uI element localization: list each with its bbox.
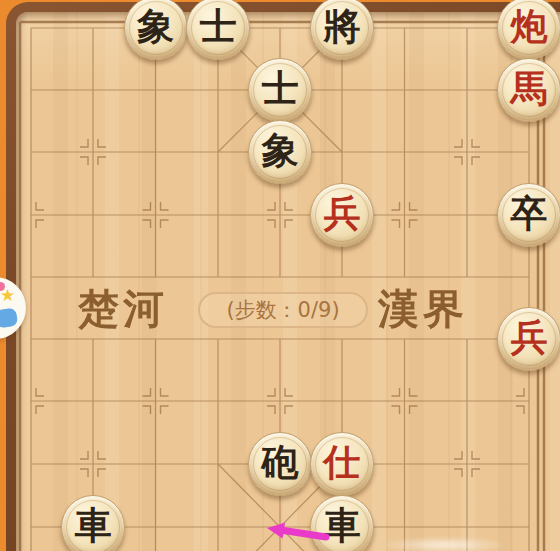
piece-glyph: 馬 — [511, 70, 548, 107]
star-icon: ★ — [0, 285, 15, 305]
piece-red-soldier[interactable]: 兵 — [497, 307, 560, 371]
xiangqi-app: 楚河 (步数：0/9) 漢界 象士將炮士馬象兵卒兵砲仕車車 ★ — [0, 0, 560, 551]
piece-black-cannon[interactable]: 砲 — [248, 432, 312, 496]
piece-glyph: 將 — [324, 8, 361, 45]
piece-glyph: 炮 — [511, 8, 548, 45]
mascot-icon — [0, 308, 18, 329]
piece-black-advisor[interactable]: 士 — [186, 0, 250, 60]
piece-glyph: 士 — [262, 70, 299, 107]
piece-black-elephant[interactable]: 象 — [124, 0, 188, 60]
piece-black-chariot[interactable]: 車 — [61, 495, 125, 551]
piece-glyph: 砲 — [262, 444, 299, 481]
piece-glyph: 兵 — [511, 319, 548, 356]
piece-red-advisor[interactable]: 仕 — [310, 432, 374, 496]
pieces-layer: 象士將炮士馬象兵卒兵砲仕車車 — [0, 0, 560, 551]
piece-glyph: 兵 — [324, 195, 361, 232]
piece-glyph: 車 — [324, 507, 361, 544]
piece-black-elephant[interactable]: 象 — [248, 120, 312, 184]
piece-black-chariot[interactable]: 車 — [310, 495, 374, 551]
piece-red-cannon[interactable]: 炮 — [497, 0, 560, 60]
piece-glyph: 士 — [200, 8, 237, 45]
piece-glyph: 象 — [262, 132, 299, 169]
piece-black-general[interactable]: 將 — [310, 0, 374, 60]
piece-red-soldier[interactable]: 兵 — [310, 183, 374, 247]
piece-glyph: 車 — [75, 507, 112, 544]
piece-black-soldier[interactable]: 卒 — [497, 183, 560, 247]
piece-glyph: 仕 — [324, 444, 361, 481]
piece-glyph: 卒 — [511, 195, 548, 232]
piece-red-horse[interactable]: 馬 — [497, 58, 560, 122]
piece-black-advisor[interactable]: 士 — [248, 58, 312, 122]
piece-glyph: 象 — [137, 8, 174, 45]
